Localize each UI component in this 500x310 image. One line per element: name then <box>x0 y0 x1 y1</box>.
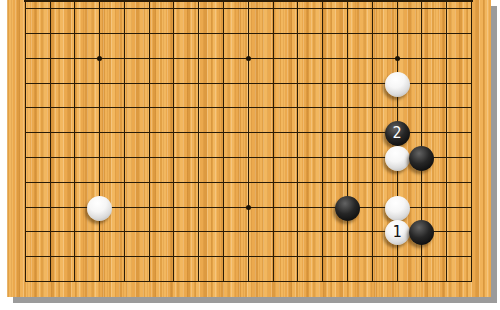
grid-line-vertical <box>322 0 323 282</box>
star-point <box>395 56 400 61</box>
grid-line-vertical <box>149 0 150 282</box>
grid-line-vertical <box>99 0 100 282</box>
go-board[interactable]: 21 <box>7 0 491 297</box>
grid-line-vertical <box>446 0 447 282</box>
grid-line-vertical <box>223 0 224 282</box>
grid-line-vertical <box>173 0 174 282</box>
move-number-label: 1 <box>392 225 401 240</box>
star-point <box>246 205 251 210</box>
grid-line-vertical <box>273 0 274 282</box>
grid-line-horizontal <box>25 33 472 34</box>
white-stone <box>87 196 112 221</box>
grid-line-vertical <box>198 0 199 282</box>
grid-line-horizontal <box>25 256 472 257</box>
grid-line-vertical <box>25 0 26 282</box>
grid-line-horizontal <box>25 8 472 9</box>
grid-line-vertical <box>347 0 348 282</box>
grid-line-vertical <box>124 0 125 282</box>
grid-line-vertical <box>297 0 298 282</box>
grid-line-vertical <box>372 0 373 282</box>
black-stone <box>409 220 434 245</box>
grid-line-vertical <box>74 0 75 282</box>
grid-line-horizontal <box>25 107 472 108</box>
star-point <box>97 56 102 61</box>
grid-line-horizontal <box>25 182 472 183</box>
move-number-label: 2 <box>392 126 401 141</box>
black-stone <box>409 146 434 171</box>
black-stone <box>335 196 360 221</box>
grid-line-vertical <box>50 0 51 282</box>
grid-line-vertical <box>471 0 472 282</box>
page: 21 <box>0 0 500 310</box>
white-stone <box>385 146 410 171</box>
grid-line-vertical <box>248 0 249 282</box>
white-stone: 1 <box>385 220 410 245</box>
black-stone: 2 <box>385 121 410 146</box>
white-stone <box>385 196 410 221</box>
star-point <box>246 56 251 61</box>
grid-line-horizontal <box>25 281 472 282</box>
white-stone <box>385 72 410 97</box>
